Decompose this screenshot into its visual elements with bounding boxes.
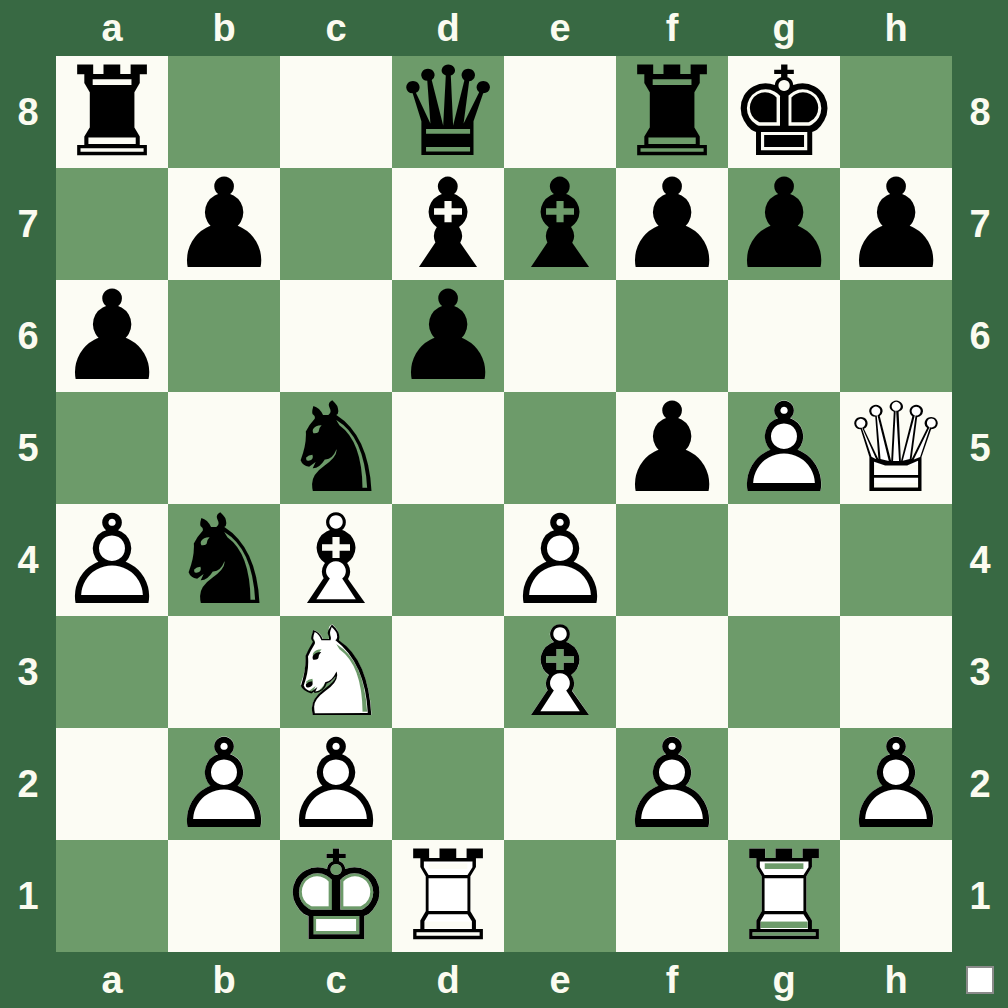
- white-pawn-f2[interactable]: ♟♙: [616, 728, 728, 840]
- rank-label-1: 1: [0, 840, 56, 952]
- square-a2[interactable]: [56, 728, 168, 840]
- black-piece-glyph: ♟: [392, 280, 504, 392]
- white-piece-outline: ♔: [280, 840, 392, 952]
- white-queen-h5[interactable]: ♛♕: [840, 392, 952, 504]
- black-pawn-h7[interactable]: ♟: [840, 168, 952, 280]
- square-f2[interactable]: ♟♙: [616, 728, 728, 840]
- square-a1[interactable]: [56, 840, 168, 952]
- rank-label-5: 5: [952, 392, 1008, 504]
- square-h2[interactable]: ♟♙: [840, 728, 952, 840]
- square-h4[interactable]: [840, 504, 952, 616]
- white-piece-outline: ♖: [392, 840, 504, 952]
- square-d4[interactable]: [392, 504, 504, 616]
- white-piece-outline: ♖: [728, 840, 840, 952]
- white-piece-outline: ♙: [168, 728, 280, 840]
- square-e1[interactable]: [504, 840, 616, 952]
- square-a3[interactable]: [56, 616, 168, 728]
- black-pawn-d6[interactable]: ♟: [392, 280, 504, 392]
- white-bishop-e3[interactable]: ♝♗: [504, 616, 616, 728]
- rank-label-3: 3: [0, 616, 56, 728]
- rank-labels-left: 87654321: [0, 56, 56, 952]
- rank-label-4: 4: [952, 504, 1008, 616]
- square-a6[interactable]: ♟: [56, 280, 168, 392]
- file-label-b: b: [168, 0, 280, 56]
- square-c8[interactable]: [280, 56, 392, 168]
- white-piece-outline: ♙: [56, 504, 168, 616]
- square-a8[interactable]: ♜: [56, 56, 168, 168]
- square-d1[interactable]: ♜♖: [392, 840, 504, 952]
- square-b6[interactable]: [168, 280, 280, 392]
- black-pawn-b7[interactable]: ♟: [168, 168, 280, 280]
- black-piece-glyph: ♟: [728, 168, 840, 280]
- chess-board: ♜♛♜♚♟♝♝♟♟♟♟♟♞♟♟♙♛♕♟♙♞♝♗♟♙♞♘♝♗♟♙♟♙♟♙♟♙♚♔♜…: [56, 56, 952, 952]
- white-to-move-indicator: [966, 966, 994, 994]
- rank-labels-right: 87654321: [952, 56, 1008, 952]
- black-rook-a8[interactable]: ♜: [56, 56, 168, 168]
- black-piece-glyph: ♟: [616, 168, 728, 280]
- square-d5[interactable]: [392, 392, 504, 504]
- white-piece-outline: ♙: [728, 392, 840, 504]
- chess-board-frame: abcdefgh abcdefgh 87654321 87654321 ♜♛♜♚…: [0, 0, 1008, 1008]
- square-c1[interactable]: ♚♔: [280, 840, 392, 952]
- black-piece-glyph: ♞: [168, 504, 280, 616]
- square-e3[interactable]: ♝♗: [504, 616, 616, 728]
- rank-label-1: 1: [952, 840, 1008, 952]
- file-label-c: c: [280, 0, 392, 56]
- black-pawn-a6[interactable]: ♟: [56, 280, 168, 392]
- square-f5[interactable]: ♟: [616, 392, 728, 504]
- rank-label-6: 6: [952, 280, 1008, 392]
- square-g7[interactable]: ♟: [728, 168, 840, 280]
- square-g5[interactable]: ♟♙: [728, 392, 840, 504]
- square-f1[interactable]: [616, 840, 728, 952]
- white-pawn-a4[interactable]: ♟♙: [56, 504, 168, 616]
- file-label-b: b: [168, 952, 280, 1008]
- black-knight-b4[interactable]: ♞: [168, 504, 280, 616]
- file-label-f: f: [616, 952, 728, 1008]
- black-piece-glyph: ♟: [56, 280, 168, 392]
- square-b1[interactable]: [168, 840, 280, 952]
- square-g1[interactable]: ♜♖: [728, 840, 840, 952]
- square-d6[interactable]: ♟: [392, 280, 504, 392]
- square-f7[interactable]: ♟: [616, 168, 728, 280]
- white-piece-outline: ♙: [840, 728, 952, 840]
- square-h7[interactable]: ♟: [840, 168, 952, 280]
- rank-label-3: 3: [952, 616, 1008, 728]
- rank-label-7: 7: [952, 168, 1008, 280]
- square-e2[interactable]: [504, 728, 616, 840]
- square-f4[interactable]: [616, 504, 728, 616]
- file-label-h: h: [840, 0, 952, 56]
- square-e7[interactable]: ♝: [504, 168, 616, 280]
- square-b4[interactable]: ♞: [168, 504, 280, 616]
- rank-label-5: 5: [0, 392, 56, 504]
- black-piece-glyph: ♜: [56, 56, 168, 168]
- white-pawn-b2[interactable]: ♟♙: [168, 728, 280, 840]
- rank-label-8: 8: [0, 56, 56, 168]
- square-b2[interactable]: ♟♙: [168, 728, 280, 840]
- square-h1[interactable]: [840, 840, 952, 952]
- square-h5[interactable]: ♛♕: [840, 392, 952, 504]
- black-pawn-g7[interactable]: ♟: [728, 168, 840, 280]
- file-label-e: e: [504, 0, 616, 56]
- white-king-c1[interactable]: ♚♔: [280, 840, 392, 952]
- black-pawn-f7[interactable]: ♟: [616, 168, 728, 280]
- square-a4[interactable]: ♟♙: [56, 504, 168, 616]
- black-piece-glyph: ♟: [840, 168, 952, 280]
- rank-label-2: 2: [952, 728, 1008, 840]
- rank-label-4: 4: [0, 504, 56, 616]
- white-rook-g1[interactable]: ♜♖: [728, 840, 840, 952]
- square-b7[interactable]: ♟: [168, 168, 280, 280]
- black-piece-glyph: ♟: [168, 168, 280, 280]
- square-e6[interactable]: [504, 280, 616, 392]
- square-c7[interactable]: [280, 168, 392, 280]
- black-piece-glyph: ♝: [504, 168, 616, 280]
- square-g4[interactable]: [728, 504, 840, 616]
- rank-label-7: 7: [0, 168, 56, 280]
- white-piece-outline: ♗: [504, 616, 616, 728]
- rank-label-8: 8: [952, 56, 1008, 168]
- white-rook-d1[interactable]: ♜♖: [392, 840, 504, 952]
- file-label-e: e: [504, 952, 616, 1008]
- white-pawn-h2[interactable]: ♟♙: [840, 728, 952, 840]
- white-piece-outline: ♙: [616, 728, 728, 840]
- file-label-h: h: [840, 952, 952, 1008]
- black-bishop-e7[interactable]: ♝: [504, 168, 616, 280]
- white-piece-outline: ♕: [840, 392, 952, 504]
- rank-label-2: 2: [0, 728, 56, 840]
- rank-label-6: 6: [0, 280, 56, 392]
- file-label-a: a: [56, 952, 168, 1008]
- black-piece-glyph: ♟: [616, 392, 728, 504]
- square-g3[interactable]: [728, 616, 840, 728]
- square-d3[interactable]: [392, 616, 504, 728]
- white-pawn-g5[interactable]: ♟♙: [728, 392, 840, 504]
- black-pawn-f5[interactable]: ♟: [616, 392, 728, 504]
